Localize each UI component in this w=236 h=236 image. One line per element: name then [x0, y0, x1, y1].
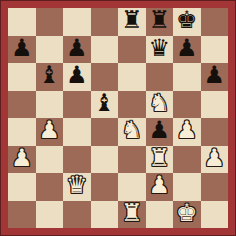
black-pawn[interactable]: ♟: [148, 118, 170, 145]
square-f7[interactable]: ♛: [146, 36, 174, 64]
black-king[interactable]: ♚: [176, 8, 198, 35]
square-d8[interactable]: [91, 8, 119, 36]
black-rook[interactable]: ♜: [148, 8, 170, 35]
square-f3[interactable]: ♜: [146, 146, 174, 174]
square-e6[interactable]: [118, 63, 146, 91]
square-g6[interactable]: [173, 63, 201, 91]
board-frame: ♜♜♚♟♟♛♟♝♟♟♝♞♟♞♟♟♟♜♟♛♟♜♚: [1, 1, 235, 235]
square-f8[interactable]: ♜: [146, 8, 174, 36]
square-e7[interactable]: [118, 36, 146, 64]
square-a4[interactable]: [8, 118, 36, 146]
square-a2[interactable]: [8, 173, 36, 201]
square-c6[interactable]: ♟: [63, 63, 91, 91]
square-a1[interactable]: [8, 201, 36, 229]
square-b6[interactable]: ♝: [36, 63, 64, 91]
square-d7[interactable]: [91, 36, 119, 64]
square-d4[interactable]: [91, 118, 119, 146]
square-c7[interactable]: ♟: [63, 36, 91, 64]
white-pawn[interactable]: ♟: [176, 118, 198, 145]
square-b8[interactable]: [36, 8, 64, 36]
black-rook[interactable]: ♜: [121, 8, 143, 35]
square-b1[interactable]: [36, 201, 64, 229]
white-knight[interactable]: ♞: [121, 118, 143, 145]
square-g2[interactable]: [173, 173, 201, 201]
black-pawn[interactable]: ♟: [176, 36, 198, 63]
black-pawn[interactable]: ♟: [11, 36, 33, 63]
square-g8[interactable]: ♚: [173, 8, 201, 36]
black-pawn[interactable]: ♟: [203, 63, 225, 90]
black-pawn[interactable]: ♟: [66, 63, 88, 90]
square-c5[interactable]: [63, 91, 91, 119]
square-f6[interactable]: [146, 63, 174, 91]
board-outer-edge: ♜♜♚♟♟♛♟♝♟♟♝♞♟♞♟♟♟♜♟♛♟♜♚: [0, 0, 236, 236]
white-rook[interactable]: ♜: [148, 146, 170, 173]
square-h5[interactable]: [201, 91, 229, 119]
black-bishop[interactable]: ♝: [38, 63, 60, 90]
square-e8[interactable]: ♜: [118, 8, 146, 36]
square-g7[interactable]: ♟: [173, 36, 201, 64]
black-pawn[interactable]: ♟: [66, 36, 88, 63]
square-h7[interactable]: [201, 36, 229, 64]
square-g1[interactable]: ♚: [173, 201, 201, 229]
square-c4[interactable]: [63, 118, 91, 146]
square-c3[interactable]: [63, 146, 91, 174]
white-pawn[interactable]: ♟: [148, 173, 170, 200]
square-h6[interactable]: ♟: [201, 63, 229, 91]
black-queen[interactable]: ♛: [148, 36, 170, 63]
square-a8[interactable]: [8, 8, 36, 36]
square-f2[interactable]: ♟: [146, 173, 174, 201]
white-queen[interactable]: ♛: [66, 173, 88, 200]
square-g5[interactable]: [173, 91, 201, 119]
white-pawn[interactable]: ♟: [203, 146, 225, 173]
square-c2[interactable]: ♛: [63, 173, 91, 201]
square-h8[interactable]: [201, 8, 229, 36]
square-f4[interactable]: ♟: [146, 118, 174, 146]
square-b2[interactable]: [36, 173, 64, 201]
square-c8[interactable]: [63, 8, 91, 36]
white-king[interactable]: ♚: [176, 201, 198, 228]
white-knight[interactable]: ♞: [148, 91, 170, 118]
square-a6[interactable]: [8, 63, 36, 91]
square-h1[interactable]: [201, 201, 229, 229]
square-d2[interactable]: [91, 173, 119, 201]
square-e3[interactable]: [118, 146, 146, 174]
square-e1[interactable]: ♜: [118, 201, 146, 229]
square-h4[interactable]: [201, 118, 229, 146]
square-b3[interactable]: [36, 146, 64, 174]
chess-board: ♜♜♚♟♟♛♟♝♟♟♝♞♟♞♟♟♟♜♟♛♟♜♚: [8, 8, 228, 228]
square-b4[interactable]: ♟: [36, 118, 64, 146]
square-d5[interactable]: ♝: [91, 91, 119, 119]
white-rook[interactable]: ♜: [121, 201, 143, 228]
square-a5[interactable]: [8, 91, 36, 119]
square-c1[interactable]: [63, 201, 91, 229]
square-d6[interactable]: [91, 63, 119, 91]
square-b5[interactable]: [36, 91, 64, 119]
white-pawn[interactable]: ♟: [38, 118, 60, 145]
square-e5[interactable]: [118, 91, 146, 119]
square-a3[interactable]: ♟: [8, 146, 36, 174]
square-g3[interactable]: [173, 146, 201, 174]
white-pawn[interactable]: ♟: [11, 146, 33, 173]
square-f1[interactable]: [146, 201, 174, 229]
square-h3[interactable]: ♟: [201, 146, 229, 174]
square-b7[interactable]: [36, 36, 64, 64]
black-bishop[interactable]: ♝: [93, 91, 115, 118]
square-a7[interactable]: ♟: [8, 36, 36, 64]
square-d3[interactable]: [91, 146, 119, 174]
square-e4[interactable]: ♞: [118, 118, 146, 146]
square-e2[interactable]: [118, 173, 146, 201]
square-g4[interactable]: ♟: [173, 118, 201, 146]
square-f5[interactable]: ♞: [146, 91, 174, 119]
square-h2[interactable]: [201, 173, 229, 201]
square-d1[interactable]: [91, 201, 119, 229]
